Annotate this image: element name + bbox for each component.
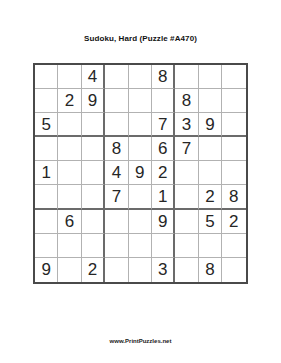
cell-r3c4 (105, 113, 128, 137)
cell-r2c2: 2 (58, 89, 81, 113)
cell-r6c1 (35, 185, 58, 209)
cell-r2c6 (152, 89, 175, 113)
cell-r8c9 (222, 234, 245, 258)
cell-r7c2: 6 (58, 210, 81, 234)
cell-r9c9 (222, 258, 245, 282)
cell-r6c8: 2 (199, 185, 222, 209)
cell-r6c6: 1 (152, 185, 175, 209)
cell-r7c1 (35, 210, 58, 234)
cell-r6c3 (82, 185, 105, 209)
cell-r6c2 (58, 185, 81, 209)
cell-r4c1 (35, 137, 58, 161)
cell-r6c5 (129, 185, 152, 209)
cell-r9c7 (175, 258, 198, 282)
cell-r1c7 (175, 65, 198, 89)
cell-r5c7 (175, 161, 198, 185)
sudoku-board: 4829857398671492712869529238 (33, 63, 248, 284)
cell-r5c8 (199, 161, 222, 185)
cell-r5c4: 4 (105, 161, 128, 185)
cell-r4c9 (222, 137, 245, 161)
cell-r5c2 (58, 161, 81, 185)
cell-r7c6: 9 (152, 210, 175, 234)
cell-r1c8 (199, 65, 222, 89)
cell-r5c1: 1 (35, 161, 58, 185)
cell-r3c7: 3 (175, 113, 198, 137)
cell-r8c4 (105, 234, 128, 258)
cell-r9c4 (105, 258, 128, 282)
cell-r9c6: 3 (152, 258, 175, 282)
cell-r3c3 (82, 113, 105, 137)
cell-r9c3: 2 (82, 258, 105, 282)
cell-r1c9 (222, 65, 245, 89)
cell-r2c8 (199, 89, 222, 113)
cell-r1c3: 4 (82, 65, 105, 89)
cell-r2c4 (105, 89, 128, 113)
cell-r5c6: 2 (152, 161, 175, 185)
cell-r2c7: 8 (175, 89, 198, 113)
cell-r7c4 (105, 210, 128, 234)
cell-r6c9: 8 (222, 185, 245, 209)
cell-r3c6: 7 (152, 113, 175, 137)
cell-r7c3 (82, 210, 105, 234)
cell-r8c6 (152, 234, 175, 258)
cell-r6c7 (175, 185, 198, 209)
cell-r5c5: 9 (129, 161, 152, 185)
cell-r8c7 (175, 234, 198, 258)
cell-r8c8 (199, 234, 222, 258)
cell-r2c9 (222, 89, 245, 113)
cell-r3c8: 9 (199, 113, 222, 137)
cell-r8c1 (35, 234, 58, 258)
cell-r1c6: 8 (152, 65, 175, 89)
cell-r1c4 (105, 65, 128, 89)
cell-r5c3 (82, 161, 105, 185)
cell-r1c2 (58, 65, 81, 89)
cell-r4c7: 7 (175, 137, 198, 161)
cell-r1c5 (129, 65, 152, 89)
cell-r3c1: 5 (35, 113, 58, 137)
puzzle-page: Sudoku, Hard (Puzzle #A470) 482985739867… (0, 0, 281, 363)
cell-r2c1 (35, 89, 58, 113)
cell-r3c2 (58, 113, 81, 137)
cell-r9c8: 8 (199, 258, 222, 282)
cell-r4c2 (58, 137, 81, 161)
puzzle-title: Sudoku, Hard (Puzzle #A470) (0, 34, 281, 43)
cell-r6c4: 7 (105, 185, 128, 209)
cell-r1c1 (35, 65, 58, 89)
footer-url: www.PrintPuzzles.net (0, 338, 281, 344)
cell-r7c7 (175, 210, 198, 234)
cell-r8c3 (82, 234, 105, 258)
cell-r5c9 (222, 161, 245, 185)
cell-r9c5 (129, 258, 152, 282)
cell-r9c1: 9 (35, 258, 58, 282)
cell-r3c9 (222, 113, 245, 137)
cell-r3c5 (129, 113, 152, 137)
cell-r8c2 (58, 234, 81, 258)
cell-r4c8 (199, 137, 222, 161)
cell-r7c9: 2 (222, 210, 245, 234)
cell-r2c5 (129, 89, 152, 113)
cell-r7c8: 5 (199, 210, 222, 234)
cell-r2c3: 9 (82, 89, 105, 113)
cell-r9c2 (58, 258, 81, 282)
cell-r4c6: 6 (152, 137, 175, 161)
cell-r4c3 (82, 137, 105, 161)
cell-r4c4: 8 (105, 137, 128, 161)
cell-r8c5 (129, 234, 152, 258)
cell-r4c5 (129, 137, 152, 161)
cell-r7c5 (129, 210, 152, 234)
